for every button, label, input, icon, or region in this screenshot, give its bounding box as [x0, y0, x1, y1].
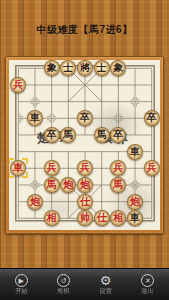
title-bar: 中级难度【馬7进6】 — [0, 0, 169, 56]
gear-icon: ⚙ — [99, 274, 113, 287]
piece-red-馬[interactable]: 馬 — [44, 177, 60, 193]
toolbar-item-label: 设置 — [99, 288, 111, 294]
toolbar-item-label: 开始 — [15, 288, 27, 294]
app-screen: 中级难度【馬7进6】 楚河 漢界 象士將士象兵車卒卒卒馬馬卒車車兵兵兵兵馬炮炮馬… — [0, 0, 169, 300]
piece-black-卒[interactable]: 卒 — [144, 110, 160, 126]
piece-red-炮[interactable]: 炮 — [27, 194, 43, 210]
piece-red-仕[interactable]: 仕 — [77, 194, 93, 210]
piece-red-炮[interactable]: 炮 — [127, 194, 143, 210]
bottom-toolbar: ▶开始↺悔棋⚙设置✕退出 — [0, 268, 169, 300]
toolbar-item-settings[interactable]: ⚙设置 — [85, 269, 127, 300]
piece-black-馬[interactable]: 馬 — [94, 127, 110, 143]
toolbar-item-exit[interactable]: ✕退出 — [127, 269, 169, 300]
piece-black-卒[interactable]: 卒 — [44, 127, 60, 143]
close-icon: ✕ — [141, 274, 154, 287]
piece-red-炮[interactable]: 炮 — [77, 177, 93, 193]
piece-red-兵[interactable]: 兵 — [144, 160, 160, 176]
page-title: 中级难度【馬7进6】 — [0, 23, 169, 37]
piece-black-象[interactable]: 象 — [44, 60, 60, 76]
board-frame: 楚河 漢界 象士將士象兵車卒卒卒馬馬卒車車兵兵兵兵馬炮炮馬炮仕炮相帅仕相車 — [5, 56, 164, 234]
toolbar-item-undo[interactable]: ↺悔棋 — [42, 269, 84, 300]
piece-red-兵[interactable]: 兵 — [44, 160, 60, 176]
piece-red-相[interactable]: 相 — [44, 210, 60, 226]
toolbar-item-start[interactable]: ▶开始 — [0, 269, 42, 300]
xiangqi-board[interactable]: 楚河 漢界 象士將士象兵車卒卒卒馬馬卒車車兵兵兵兵馬炮炮馬炮仕炮相帅仕相車 — [9, 60, 160, 230]
piece-red-仕[interactable]: 仕 — [94, 210, 110, 226]
toolbar-item-label: 退出 — [142, 288, 154, 294]
play-icon: ▶ — [15, 274, 28, 287]
toolbar-item-label: 悔棋 — [57, 288, 69, 294]
piece-black-士[interactable]: 士 — [94, 60, 110, 76]
piece-black-車[interactable]: 車 — [127, 144, 143, 160]
undo-icon: ↺ — [57, 274, 70, 287]
